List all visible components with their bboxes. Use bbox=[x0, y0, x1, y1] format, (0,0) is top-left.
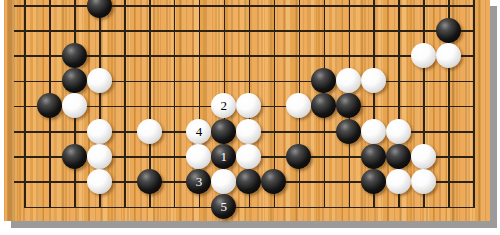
stone-black[interactable] bbox=[436, 18, 461, 43]
stone-black[interactable] bbox=[236, 169, 261, 194]
stone-black[interactable] bbox=[62, 144, 87, 169]
stone-white[interactable] bbox=[137, 119, 162, 144]
stone-black[interactable] bbox=[62, 68, 87, 93]
stone-black[interactable] bbox=[336, 119, 361, 144]
stone-white[interactable] bbox=[87, 68, 112, 93]
stone-white[interactable] bbox=[361, 68, 386, 93]
stone-white[interactable] bbox=[236, 144, 261, 169]
stone-black[interactable] bbox=[211, 119, 236, 144]
stone-white[interactable] bbox=[436, 43, 461, 68]
stone-black[interactable] bbox=[37, 93, 62, 118]
go-app-window: 12345 bbox=[0, 0, 500, 235]
stone-black[interactable] bbox=[62, 43, 87, 68]
stone-white[interactable] bbox=[62, 93, 87, 118]
stone-white[interactable] bbox=[87, 144, 112, 169]
stone-black[interactable] bbox=[361, 144, 386, 169]
grid-line bbox=[14, 5, 475, 7]
stone-white[interactable] bbox=[361, 119, 386, 144]
grid-line bbox=[24, 207, 474, 209]
wood-grain-streak bbox=[7, 0, 15, 221]
stone-black[interactable] bbox=[361, 169, 386, 194]
stone-white[interactable] bbox=[386, 119, 411, 144]
stone-white[interactable] bbox=[411, 144, 436, 169]
stone-white[interactable] bbox=[87, 169, 112, 194]
stone-white[interactable] bbox=[336, 68, 361, 93]
stone-white[interactable] bbox=[386, 169, 411, 194]
stone-black[interactable] bbox=[137, 169, 162, 194]
stone-black[interactable] bbox=[311, 68, 336, 93]
stone-black[interactable] bbox=[286, 144, 311, 169]
stone-black[interactable] bbox=[261, 169, 286, 194]
stone-black[interactable] bbox=[211, 144, 236, 169]
stone-white[interactable] bbox=[186, 144, 211, 169]
stone-white[interactable] bbox=[186, 119, 211, 144]
stone-white[interactable] bbox=[87, 119, 112, 144]
stone-white[interactable] bbox=[411, 169, 436, 194]
grid-line bbox=[14, 30, 475, 32]
stone-white[interactable] bbox=[411, 43, 436, 68]
stone-white[interactable] bbox=[236, 119, 261, 144]
stone-black[interactable] bbox=[386, 144, 411, 169]
